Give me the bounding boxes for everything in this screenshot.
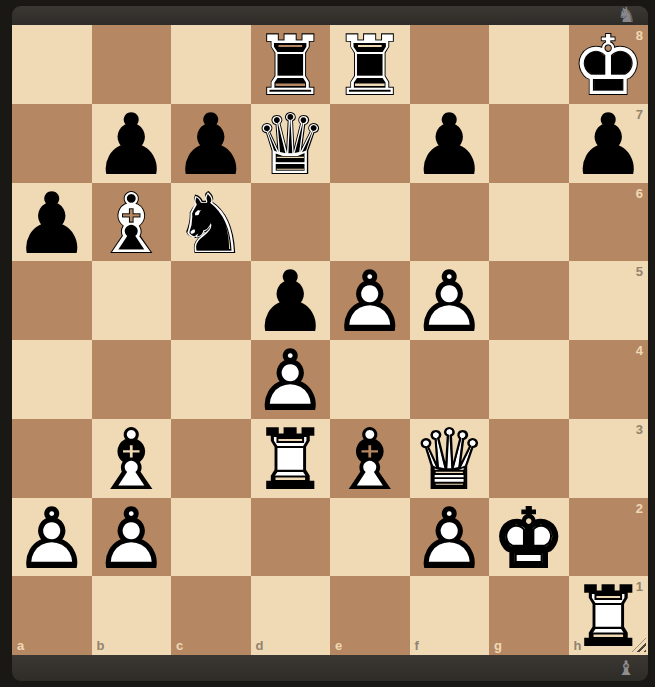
square-e5[interactable]: ♟♙ [330, 261, 410, 340]
square-a3[interactable] [12, 419, 92, 498]
square-d7[interactable]: ♛♕ [251, 104, 331, 183]
square-f3[interactable]: ♛♕ [410, 419, 490, 498]
black-pawn-piece[interactable]: ♟ [251, 261, 331, 340]
square-b2[interactable]: ♟♙ [92, 498, 172, 577]
white-pawn-piece[interactable]: ♟♙ [12, 498, 92, 577]
square-c6[interactable]: ♞♘ [171, 183, 251, 262]
square-f5[interactable]: ♟♙ [410, 261, 490, 340]
square-g2[interactable]: ♚♔ [489, 498, 569, 577]
square-g8[interactable] [489, 25, 569, 104]
file-label-f: f [415, 639, 419, 652]
square-d8[interactable]: ♜♖ [251, 25, 331, 104]
square-e1[interactable]: e [330, 576, 410, 655]
piece-outline-glyph: ♘ [174, 183, 248, 265]
square-g7[interactable] [489, 104, 569, 183]
rank-label-2: 2 [636, 502, 643, 515]
bottom-player-bar: ♝ [12, 655, 648, 681]
rank-label-8: 8 [636, 29, 643, 42]
square-b5[interactable] [92, 261, 172, 340]
square-a2[interactable]: ♟♙ [12, 498, 92, 577]
square-f8[interactable] [410, 25, 490, 104]
square-b6[interactable]: ♝♗ [92, 183, 172, 262]
square-b7[interactable]: ♟ [92, 104, 172, 183]
square-f1[interactable]: f [410, 576, 490, 655]
square-h8[interactable]: ♚♔8 [569, 25, 649, 104]
white-pawn-piece[interactable]: ♟♙ [92, 498, 172, 577]
square-c5[interactable] [171, 261, 251, 340]
piece-outline-glyph: ♕ [253, 104, 327, 186]
piece-glyph: ♟ [253, 261, 327, 343]
rank-label-3: 3 [636, 423, 643, 436]
square-a5[interactable] [12, 261, 92, 340]
square-d4[interactable]: ♟♙ [251, 340, 331, 419]
white-bishop-piece[interactable]: ♝♗ [330, 419, 410, 498]
piece-outline-glyph: ♗ [94, 419, 168, 501]
piece-outline-glyph: ♕ [412, 419, 486, 501]
square-d3[interactable]: ♜♖ [251, 419, 331, 498]
piece-glyph: ♟ [174, 104, 248, 186]
file-label-b: b [97, 639, 105, 652]
square-g3[interactable] [489, 419, 569, 498]
piece-outline-glyph: ♗ [333, 419, 407, 501]
black-knight-piece[interactable]: ♞♘ [171, 183, 251, 262]
square-c7[interactable]: ♟ [171, 104, 251, 183]
square-e4[interactable] [330, 340, 410, 419]
square-h3[interactable]: 3 [569, 419, 649, 498]
black-pawn-piece[interactable]: ♟ [410, 104, 490, 183]
piece-outline-glyph: ♙ [253, 340, 327, 422]
square-f4[interactable] [410, 340, 490, 419]
piece-glyph: ♟ [94, 104, 168, 186]
square-g4[interactable] [489, 340, 569, 419]
piece-outline-glyph: ♔ [571, 25, 645, 107]
square-f7[interactable]: ♟ [410, 104, 490, 183]
square-b8[interactable] [92, 25, 172, 104]
white-rook-piece[interactable]: ♜♖ [251, 419, 331, 498]
white-pawn-piece[interactable]: ♟♙ [410, 261, 490, 340]
file-label-a: a [17, 639, 24, 652]
white-bishop-piece[interactable]: ♝♗ [92, 419, 172, 498]
square-h1[interactable]: ♜♖h1 [569, 576, 649, 655]
square-b1[interactable]: b [92, 576, 172, 655]
piece-glyph: ♟ [15, 183, 89, 265]
square-a8[interactable] [12, 25, 92, 104]
white-pawn-piece[interactable]: ♟♙ [330, 261, 410, 340]
file-label-e: e [335, 639, 342, 652]
square-h6[interactable]: 6 [569, 183, 649, 262]
square-e3[interactable]: ♝♗ [330, 419, 410, 498]
square-e7[interactable] [330, 104, 410, 183]
rank-label-1: 1 [636, 580, 643, 593]
square-g1[interactable]: g [489, 576, 569, 655]
square-f2[interactable]: ♟♙ [410, 498, 490, 577]
rank-label-5: 5 [636, 265, 643, 278]
board-panel: ♞ ♜♖♜♖♚♔8♟♟♛♕♟♟7♟♝♗♞♘6♟♟♙♟♙5♟♙4♝♗♜♖♝♗♛♕3… [12, 6, 648, 681]
white-pawn-piece[interactable]: ♟♙ [251, 340, 331, 419]
chess-board: ♜♖♜♖♚♔8♟♟♛♕♟♟7♟♝♗♞♘6♟♟♙♟♙5♟♙4♝♗♜♖♝♗♛♕3♟♙… [12, 25, 648, 655]
square-c4[interactable] [171, 340, 251, 419]
black-pawn-piece[interactable]: ♟ [171, 104, 251, 183]
square-h5[interactable]: 5 [569, 261, 649, 340]
square-h4[interactable]: 4 [569, 340, 649, 419]
square-g5[interactable] [489, 261, 569, 340]
square-a1[interactable]: a [12, 576, 92, 655]
piece-outline-glyph: ♖ [253, 419, 327, 501]
square-e8[interactable]: ♜♖ [330, 25, 410, 104]
square-d1[interactable]: d [251, 576, 331, 655]
piece-outline-glyph: ♖ [571, 576, 645, 658]
square-e6[interactable] [330, 183, 410, 262]
square-d2[interactable] [251, 498, 331, 577]
square-a4[interactable] [12, 340, 92, 419]
piece-outline-glyph: ♙ [412, 261, 486, 343]
square-c3[interactable] [171, 419, 251, 498]
black-pawn-piece[interactable]: ♟ [92, 104, 172, 183]
black-rook-piece[interactable]: ♜♖ [330, 25, 410, 104]
piece-outline-glyph: ♙ [15, 498, 89, 580]
square-h2[interactable]: 2 [569, 498, 649, 577]
square-b4[interactable] [92, 340, 172, 419]
rank-label-4: 4 [636, 344, 643, 357]
black-pawn-piece[interactable]: ♟ [12, 183, 92, 262]
file-label-g: g [494, 639, 502, 652]
rank-label-6: 6 [636, 187, 643, 200]
black-queen-piece[interactable]: ♛♕ [251, 104, 331, 183]
square-h7[interactable]: ♟7 [569, 104, 649, 183]
file-label-h: h [574, 639, 582, 652]
black-bishop-piece[interactable]: ♝♗ [92, 183, 172, 262]
piece-outline-glyph: ♖ [333, 25, 407, 107]
top-player-bar: ♞ [12, 6, 648, 25]
piece-glyph: ♟ [571, 104, 645, 186]
square-e2[interactable] [330, 498, 410, 577]
white-king-piece[interactable]: ♚♔ [489, 498, 569, 577]
piece-outline-glyph: ♙ [412, 498, 486, 580]
piece-glyph: ♟ [412, 104, 486, 186]
black-rook-piece[interactable]: ♜♖ [251, 25, 331, 104]
rank-label-7: 7 [636, 108, 643, 121]
piece-outline-glyph: ♖ [253, 25, 327, 107]
square-a6[interactable]: ♟ [12, 183, 92, 262]
white-pawn-piece[interactable]: ♟♙ [410, 498, 490, 577]
square-c1[interactable]: c [171, 576, 251, 655]
square-c8[interactable] [171, 25, 251, 104]
square-g6[interactable] [489, 183, 569, 262]
piece-outline-glyph: ♔ [492, 498, 566, 580]
square-d6[interactable] [251, 183, 331, 262]
piece-outline-glyph: ♙ [94, 498, 168, 580]
square-a7[interactable] [12, 104, 92, 183]
square-f6[interactable] [410, 183, 490, 262]
square-d5[interactable]: ♟ [251, 261, 331, 340]
piece-outline-glyph: ♙ [333, 261, 407, 343]
file-label-c: c [176, 639, 183, 652]
white-queen-piece[interactable]: ♛♕ [410, 419, 490, 498]
piece-outline-glyph: ♗ [94, 183, 168, 265]
square-b3[interactable]: ♝♗ [92, 419, 172, 498]
square-c2[interactable] [171, 498, 251, 577]
file-label-d: d [256, 639, 264, 652]
